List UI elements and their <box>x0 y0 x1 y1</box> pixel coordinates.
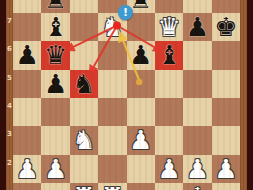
square-a2[interactable]: ♟ <box>13 155 41 183</box>
square-a3[interactable] <box>13 126 41 154</box>
square-c3[interactable]: ♞ <box>70 126 98 154</box>
rank-label-4: 4 <box>6 102 13 110</box>
chess-board-screenshot: ♜♜♝♞♛♟♚♟♛♟♝♟♞♞♟♟♟♟♟♟♜♜♚ 765432 ! <box>0 0 253 190</box>
square-g2[interactable]: ♟ <box>183 155 211 183</box>
piece-black-pawn[interactable]: ♟ <box>183 13 211 41</box>
piece-black-king[interactable]: ♚ <box>212 13 240 41</box>
piece-white-pawn[interactable]: ♟ <box>41 155 69 183</box>
square-e6[interactable]: ♟ <box>127 41 155 69</box>
square-f1[interactable] <box>155 183 183 190</box>
square-e3[interactable]: ♟ <box>127 126 155 154</box>
right-edge-bar <box>247 0 253 190</box>
rank-label-5: 5 <box>6 74 13 82</box>
square-e4[interactable] <box>127 98 155 126</box>
piece-black-knight[interactable]: ♞ <box>70 70 98 98</box>
square-e1[interactable] <box>127 183 155 190</box>
piece-white-pawn[interactable]: ♟ <box>155 155 183 183</box>
square-h5[interactable] <box>212 70 240 98</box>
square-f7[interactable]: ♛ <box>155 13 183 41</box>
square-d3[interactable] <box>98 126 126 154</box>
piece-black-pawn[interactable]: ♟ <box>127 41 155 69</box>
piece-white-rook[interactable]: ♜ <box>70 183 98 190</box>
square-d4[interactable] <box>98 98 126 126</box>
piece-black-bishop[interactable]: ♝ <box>155 41 183 69</box>
square-h1[interactable] <box>212 183 240 190</box>
square-h2[interactable]: ♟ <box>212 155 240 183</box>
square-g3[interactable] <box>183 126 211 154</box>
square-b5[interactable]: ♟ <box>41 70 69 98</box>
square-b7[interactable]: ♝ <box>41 13 69 41</box>
right-board-frame <box>240 0 247 190</box>
rank-label-2: 2 <box>6 159 13 167</box>
square-a4[interactable] <box>13 98 41 126</box>
square-c5[interactable]: ♞ <box>70 70 98 98</box>
rank-label-7: 7 <box>6 17 13 25</box>
piece-black-pawn[interactable]: ♟ <box>41 70 69 98</box>
chess-board[interactable]: ♜♜♝♞♛♟♚♟♛♟♝♟♞♞♟♟♟♟♟♟♜♜♚ <box>13 0 240 190</box>
square-f3[interactable] <box>155 126 183 154</box>
square-d6[interactable] <box>98 41 126 69</box>
square-d5[interactable] <box>98 70 126 98</box>
square-f5[interactable] <box>155 70 183 98</box>
square-b2[interactable]: ♟ <box>41 155 69 183</box>
square-c8[interactable] <box>70 0 98 13</box>
square-b6[interactable]: ♛ <box>41 41 69 69</box>
square-a8[interactable] <box>13 0 41 13</box>
square-g4[interactable] <box>183 98 211 126</box>
piece-black-queen[interactable]: ♛ <box>41 41 69 69</box>
rank-label-3: 3 <box>6 130 13 138</box>
square-h6[interactable] <box>212 41 240 69</box>
square-c7[interactable] <box>70 13 98 41</box>
square-a1[interactable] <box>13 183 41 190</box>
square-g6[interactable] <box>183 41 211 69</box>
piece-white-pawn[interactable]: ♟ <box>183 155 211 183</box>
piece-white-queen[interactable]: ♛ <box>155 13 183 41</box>
piece-black-pawn[interactable]: ♟ <box>13 41 41 69</box>
square-d1[interactable]: ♜ <box>98 183 126 190</box>
square-c2[interactable] <box>70 155 98 183</box>
piece-white-king[interactable]: ♚ <box>183 183 211 190</box>
piece-white-pawn[interactable]: ♟ <box>127 126 155 154</box>
square-c6[interactable] <box>70 41 98 69</box>
square-b3[interactable] <box>41 126 69 154</box>
square-f6[interactable]: ♝ <box>155 41 183 69</box>
square-a7[interactable] <box>13 13 41 41</box>
square-f2[interactable]: ♟ <box>155 155 183 183</box>
piece-white-rook[interactable]: ♜ <box>98 183 126 190</box>
square-c1[interactable]: ♜ <box>70 183 98 190</box>
piece-white-pawn[interactable]: ♟ <box>212 155 240 183</box>
square-h4[interactable] <box>212 98 240 126</box>
square-d2[interactable] <box>98 155 126 183</box>
square-g7[interactable]: ♟ <box>183 13 211 41</box>
square-c4[interactable] <box>70 98 98 126</box>
square-h7[interactable]: ♚ <box>212 13 240 41</box>
square-b4[interactable] <box>41 98 69 126</box>
square-h3[interactable] <box>212 126 240 154</box>
square-g5[interactable] <box>183 70 211 98</box>
piece-black-bishop[interactable]: ♝ <box>41 13 69 41</box>
square-e2[interactable] <box>127 155 155 183</box>
piece-white-pawn[interactable]: ♟ <box>13 155 41 183</box>
square-g1[interactable]: ♚ <box>183 183 211 190</box>
square-e5[interactable] <box>127 70 155 98</box>
square-f4[interactable] <box>155 98 183 126</box>
square-a5[interactable] <box>13 70 41 98</box>
piece-white-knight[interactable]: ♞ <box>70 126 98 154</box>
rank-label-6: 6 <box>6 45 13 53</box>
good-move-badge: ! <box>118 5 133 20</box>
square-a6[interactable]: ♟ <box>13 41 41 69</box>
square-b1[interactable] <box>41 183 69 190</box>
